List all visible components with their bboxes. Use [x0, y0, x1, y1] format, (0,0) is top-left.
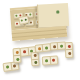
tile-half — [23, 16, 28, 23]
green-motif — [15, 57, 18, 60]
tile-half — [50, 42, 58, 49]
orange-motif — [37, 47, 40, 50]
tile-half — [66, 50, 72, 57]
olive-motif — [33, 61, 36, 64]
brown-motif — [52, 44, 55, 47]
tile-half — [50, 56, 57, 63]
tile-half — [29, 20, 33, 24]
brown-motif — [30, 21, 32, 23]
tile-half — [42, 57, 50, 64]
tile-half — [43, 44, 50, 51]
tile-half — [14, 56, 20, 62]
domino-tile-t7[interactable] — [49, 41, 65, 50]
wood-groove-line-2 — [12, 33, 67, 38]
red-motif — [67, 45, 70, 48]
domino-tile-t8[interactable] — [35, 43, 51, 53]
tile-half — [32, 59, 38, 65]
red-motif — [16, 22, 18, 24]
dkgreen-motif — [24, 18, 27, 21]
brown-motif — [13, 64, 16, 67]
domino-tile-t4[interactable] — [30, 52, 39, 67]
scene — [0, 0, 80, 80]
red-motif — [23, 49, 26, 52]
brown-motif — [67, 52, 70, 55]
domino-tile-t6[interactable] — [64, 42, 73, 58]
lid-logo — [56, 11, 59, 14]
brown-motif — [33, 54, 36, 57]
tile-half — [57, 42, 64, 49]
domino-box — [10, 4, 67, 41]
green-motif — [45, 46, 48, 49]
green-motif — [15, 15, 17, 17]
red-motif — [52, 58, 55, 61]
green-motif — [59, 44, 62, 47]
box-lid — [37, 3, 69, 28]
green-motif — [6, 65, 9, 68]
orange-motif — [15, 50, 18, 53]
tile-half — [28, 12, 32, 16]
green-motif — [29, 14, 31, 16]
green-motif — [44, 59, 47, 62]
domino-tile-t5[interactable] — [41, 55, 58, 65]
